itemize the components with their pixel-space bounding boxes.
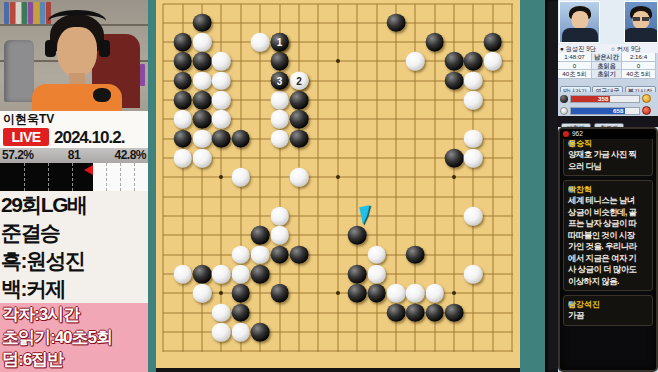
black-stone xyxy=(445,52,464,71)
board-line xyxy=(163,235,512,236)
chat-tabs: 대화방참관객 xyxy=(558,116,658,127)
player-names-row: ● 원성진 9단 ○ 커제 9단 xyxy=(558,44,658,53)
black-stone xyxy=(290,91,309,110)
book-spine xyxy=(28,2,33,24)
white-stone xyxy=(212,110,231,129)
white-stone xyxy=(425,284,444,303)
event-line: 준결승 xyxy=(0,219,148,247)
white-stone xyxy=(251,245,270,264)
chat-username: 남강석진 xyxy=(568,299,600,310)
rule-line: 덤:6집반 xyxy=(0,349,148,372)
baduk-client-panel: ● 원성진 9단 ○ 커제 9단 1:48:07남은시간2:16:40초읽음04… xyxy=(558,0,658,372)
microphone-icon xyxy=(93,88,111,102)
graph-gridline xyxy=(24,163,25,191)
event-line: 흑:원성진 xyxy=(0,247,148,275)
clock-label: 초읽기 xyxy=(592,70,622,79)
star-point xyxy=(219,291,223,295)
black-stone xyxy=(232,284,251,303)
black-stone xyxy=(445,72,464,91)
white-stone xyxy=(212,52,231,71)
rule-line: 초읽기:40초5회 xyxy=(0,327,148,350)
chat-text-line: 이상하지 않음. xyxy=(568,276,648,288)
black-clock-value: 1:48:07 xyxy=(558,53,592,62)
black-player-name: ● 원성진 9단 xyxy=(560,44,596,53)
headset-band-icon xyxy=(48,10,106,32)
black-stone xyxy=(193,110,212,129)
white-stone-icon xyxy=(560,107,568,115)
clock-table: 1:48:07남은시간2:16:40초읽음040초 5회초읽기40초 5회 xyxy=(558,53,658,79)
photo-suit xyxy=(624,28,658,42)
clock-row: 40초 5회초읽기40초 5회 xyxy=(558,70,658,79)
rules-info: 각자:3시간초읽기:40초5회덤:6집반 xyxy=(0,303,148,372)
rule-line: 각자:3시간 xyxy=(0,304,148,327)
white-clock-value: 2:16:4 xyxy=(622,53,656,62)
winrate-graph-future xyxy=(93,163,148,191)
white-stone xyxy=(270,207,289,226)
graph-gridline xyxy=(134,163,135,191)
white-stone xyxy=(173,265,192,284)
white-stone xyxy=(367,245,386,264)
chat-messages[interactable]: 용승직양재호 가금 사진 찍으러 다님박찬혁세계 테니스는 남녀상금이 비슷한데… xyxy=(560,139,656,372)
clock-row: 1:48:07남은시간2:16:4 xyxy=(558,53,658,62)
black-stone xyxy=(193,91,212,110)
star-point xyxy=(452,175,456,179)
black-stone xyxy=(387,303,406,322)
chat-username: 박찬혁 xyxy=(568,184,592,195)
chat-text-line: 가인 것을. 우리나라 xyxy=(568,241,648,253)
black-stone xyxy=(348,284,367,303)
black-clock-value: 0 xyxy=(558,62,592,71)
board-line xyxy=(163,216,512,217)
black-stone xyxy=(290,245,309,264)
black-stone xyxy=(406,245,425,264)
black-stone xyxy=(212,130,231,149)
chat-username-row: 남강석진 xyxy=(568,299,648,310)
chat-header: 962 xyxy=(560,129,656,139)
black-stone xyxy=(270,52,289,71)
event-line: 백:커제 xyxy=(0,275,148,303)
white-stone xyxy=(193,149,212,168)
bet-bar-track: 358 xyxy=(570,95,640,103)
move-3-stone: 3 xyxy=(270,72,289,91)
chat-text-line: 따따블인 것이 시장 xyxy=(568,230,648,242)
book-spine xyxy=(10,2,15,24)
chat-message: 용승직양재호 가금 사진 찍으러 다님 xyxy=(563,139,653,176)
chat-username: 용승직 xyxy=(568,139,592,149)
headset-earcup-icon xyxy=(99,40,110,57)
white-stone xyxy=(406,284,425,303)
black-stone xyxy=(232,303,251,322)
star-point xyxy=(219,175,223,179)
black-stone xyxy=(232,130,251,149)
move-1-stone: 1 xyxy=(270,33,289,52)
black-player-photo xyxy=(559,1,600,43)
black-stone xyxy=(387,14,406,33)
black-stone xyxy=(173,130,192,149)
white-stone xyxy=(232,265,251,284)
event-line: 29회LG배 xyxy=(0,191,148,219)
black-stone xyxy=(173,72,192,91)
bet-amount: 358 xyxy=(598,95,610,102)
star-point xyxy=(336,291,340,295)
white-stone xyxy=(464,91,483,110)
book-spine xyxy=(140,64,145,86)
bet-bar-row: 358 xyxy=(558,93,658,104)
chat-text-line: 상금이 비슷한데, 골 xyxy=(568,207,648,219)
clock-row: 0초읽음0 xyxy=(558,62,658,71)
clock-label: 남은시간 xyxy=(592,53,622,62)
white-player-photo xyxy=(624,1,658,43)
board-line xyxy=(163,351,512,352)
white-stone xyxy=(193,33,212,52)
chat-username-row: 용승직 xyxy=(568,139,648,149)
white-stone xyxy=(464,130,483,149)
book-spine xyxy=(34,2,39,24)
graph-gridline xyxy=(106,163,107,191)
photo-suit xyxy=(562,28,598,42)
black-stone xyxy=(193,14,212,33)
bet-bar-track: 658 xyxy=(570,107,640,115)
white-player-name: ○ 커제 9단 xyxy=(611,44,641,53)
white-stone xyxy=(212,91,231,110)
board-cursor xyxy=(359,205,374,225)
graph-gridline xyxy=(72,163,73,191)
clock-label: 초읽음 xyxy=(592,62,622,71)
white-stone xyxy=(367,265,386,284)
black-stone xyxy=(290,130,309,149)
client-buttons: 방나가기연구대국복기시작 xyxy=(558,79,658,92)
star-point xyxy=(336,59,340,63)
white-stone xyxy=(232,323,251,342)
chat-username-row: 박찬혁 xyxy=(568,184,648,195)
white-stone xyxy=(464,149,483,168)
black-stone xyxy=(173,52,192,71)
white-clock-value: 0 xyxy=(622,62,656,71)
app-root: 이현욱TV LIVE 2024.10.2. 57.2% 81 42.8% 29회… xyxy=(0,0,658,372)
stream-overlay-panel: 이현욱TV LIVE 2024.10.2. 57.2% 81 42.8% 29회… xyxy=(0,0,148,372)
chat-text-line: 사 상금이 더 많아도 xyxy=(568,264,648,276)
photo-face xyxy=(571,11,588,29)
graph-gridline xyxy=(120,163,121,191)
white-stone xyxy=(270,110,289,129)
white-stone xyxy=(270,130,289,149)
streamer-face xyxy=(57,27,97,77)
white-stone xyxy=(232,245,251,264)
black-stone xyxy=(406,303,425,322)
white-stone xyxy=(290,168,309,187)
webcam-feed xyxy=(0,0,148,111)
white-stone xyxy=(464,207,483,226)
black-stone xyxy=(251,323,270,342)
coin-icon[interactable] xyxy=(642,94,651,103)
chat-text-line: 에서 지금은 여자 기 xyxy=(568,253,648,265)
black-stone xyxy=(251,265,270,284)
chat-message: 박찬혁세계 테니스는 남녀상금이 비슷한데, 골프는 남자 상금이 따따따블인 … xyxy=(563,180,653,291)
winrate-row: 57.2% 81 42.8% xyxy=(0,148,148,163)
betting-bars: 358658 xyxy=(558,92,658,116)
book-spine xyxy=(16,2,21,24)
chat-panel[interactable]: 962 용승직양재호 가금 사진 찍으러 다님박찬혁세계 테니스는 남녀상금이 … xyxy=(558,127,658,372)
black-stone xyxy=(425,33,444,52)
move-count: 81 xyxy=(68,148,80,163)
black-clock-value: 40초 5회 xyxy=(558,70,592,79)
bet-bar-fill: 658 xyxy=(571,108,625,114)
chat-text-line: 으러 다님 xyxy=(568,161,648,173)
black-stone xyxy=(193,52,212,71)
black-stone xyxy=(464,52,483,71)
chat-text-line: 프는 남자 상금이 따 xyxy=(568,218,648,230)
black-stone xyxy=(445,303,464,322)
window-edge xyxy=(156,368,520,372)
black-stone xyxy=(270,245,289,264)
black-stone xyxy=(445,149,464,168)
graph-gridline xyxy=(48,163,49,191)
board-line xyxy=(163,254,512,255)
bet-amount: 658 xyxy=(613,107,625,114)
white-stone xyxy=(270,226,289,245)
black-stone xyxy=(367,284,386,303)
viewer-count-icon xyxy=(563,131,569,137)
white-clock-value: 40초 5회 xyxy=(622,70,656,79)
white-stone xyxy=(232,168,251,187)
white-stone xyxy=(212,303,231,322)
board-line xyxy=(512,4,513,352)
chat-text-line: 가끔 xyxy=(568,310,648,322)
go-board[interactable]: 123 xyxy=(156,0,520,368)
white-stone xyxy=(173,149,192,168)
black-stone xyxy=(348,226,367,245)
coin-icon[interactable] xyxy=(642,106,651,115)
white-stone xyxy=(212,265,231,284)
move-2-stone: 2 xyxy=(290,72,309,91)
chat-text-line: 양재호 가금 사진 찍 xyxy=(568,149,648,161)
black-stone xyxy=(484,33,503,52)
white-stone xyxy=(387,284,406,303)
white-stone xyxy=(270,91,289,110)
white-stone xyxy=(173,110,192,129)
black-stone xyxy=(290,110,309,129)
black-stone xyxy=(251,226,270,245)
black-stone xyxy=(425,303,444,322)
winrate-graph xyxy=(0,163,148,191)
channel-name: 이현욱TV xyxy=(0,111,148,127)
black-stone xyxy=(270,284,289,303)
chat-badge-count: 962 xyxy=(572,129,583,139)
white-stone xyxy=(212,72,231,91)
chat-text-line: 세계 테니스는 남녀 xyxy=(568,195,648,207)
goban-panel: 123 xyxy=(148,0,558,372)
black-stone xyxy=(348,265,367,284)
star-point xyxy=(336,175,340,179)
star-point xyxy=(452,291,456,295)
black-stone xyxy=(193,265,212,284)
stream-date: 2024.10.2. xyxy=(54,127,124,148)
white-stone xyxy=(251,33,270,52)
bet-bar-fill: 358 xyxy=(571,96,610,102)
chat-message: 남강석진가끔 xyxy=(563,295,653,326)
white-stone xyxy=(212,323,231,342)
board-line xyxy=(163,196,512,197)
white-winrate: 42.8% xyxy=(114,148,146,163)
white-stone xyxy=(193,284,212,303)
black-stone xyxy=(173,33,192,52)
glasses-icon xyxy=(633,17,649,21)
event-info: 29회LG배준결승흑:원성진백:커제 xyxy=(0,191,148,303)
white-stone xyxy=(193,130,212,149)
white-stone xyxy=(484,52,503,71)
window-edge xyxy=(545,0,558,372)
bet-bar-row: 658 xyxy=(558,105,658,116)
live-row: LIVE 2024.10.2. xyxy=(0,127,148,148)
white-stone xyxy=(464,72,483,91)
black-stone xyxy=(173,91,192,110)
player-photos xyxy=(558,0,658,44)
white-stone xyxy=(406,52,425,71)
current-move-marker-icon xyxy=(84,165,93,175)
live-badge: LIVE xyxy=(3,128,49,146)
headset-earcup-icon xyxy=(45,40,56,57)
book-spine xyxy=(4,2,9,24)
book-spine xyxy=(22,2,27,24)
black-winrate: 57.2% xyxy=(2,148,34,163)
book-spine xyxy=(40,2,45,24)
black-stone-icon xyxy=(560,95,568,103)
white-stone xyxy=(464,265,483,284)
white-stone xyxy=(193,72,212,91)
hanging-clothes xyxy=(4,40,34,102)
